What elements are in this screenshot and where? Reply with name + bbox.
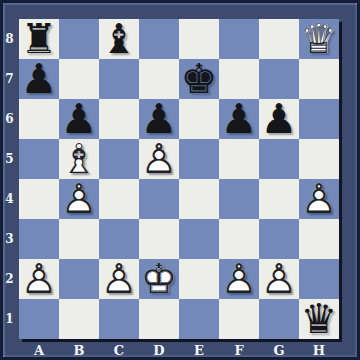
file-label-c: C: [99, 341, 139, 360]
white-pawn-outline: ♙: [219, 258, 259, 300]
black-pawn[interactable]: ♟: [219, 99, 259, 139]
square-h5[interactable]: [299, 139, 339, 179]
square-h7[interactable]: [299, 59, 339, 99]
black-queen[interactable]: ♛: [299, 299, 339, 339]
white-pawn[interactable]: ♟♙: [299, 179, 339, 219]
black-pawn-glyph: ♟: [259, 98, 299, 140]
square-g3[interactable]: [259, 219, 299, 259]
file-label-f: F: [219, 341, 259, 360]
square-e5[interactable]: [179, 139, 219, 179]
square-d7[interactable]: [139, 59, 179, 99]
rank-label-6: 6: [0, 99, 19, 139]
white-pawn-glyph: ♟: [99, 258, 139, 300]
black-king-glyph: ♚: [179, 58, 219, 100]
rank-labels: 87654321: [0, 19, 19, 339]
white-king-glyph: ♚: [139, 258, 179, 300]
square-e3[interactable]: [179, 219, 219, 259]
square-e8[interactable]: [179, 19, 219, 59]
rank-label-1: 1: [0, 299, 19, 339]
square-g7[interactable]: [259, 59, 299, 99]
square-e7[interactable]: ♚: [179, 59, 219, 99]
square-e4[interactable]: [179, 179, 219, 219]
file-labels: ABCDEFGH: [19, 341, 339, 360]
white-pawn-outline: ♙: [139, 138, 179, 180]
black-pawn-glyph: ♟: [59, 98, 99, 140]
white-pawn-outline: ♙: [19, 258, 59, 300]
white-pawn[interactable]: ♟♙: [259, 259, 299, 299]
white-pawn-outline: ♙: [259, 258, 299, 300]
square-d3[interactable]: [139, 219, 179, 259]
square-a3[interactable]: [19, 219, 59, 259]
square-h3[interactable]: [299, 219, 339, 259]
white-pawn[interactable]: ♟♙: [99, 259, 139, 299]
square-c6[interactable]: [99, 99, 139, 139]
white-pawn-outline: ♙: [99, 258, 139, 300]
black-pawn[interactable]: ♟: [259, 99, 299, 139]
black-rook-glyph: ♜: [19, 18, 59, 60]
square-b6[interactable]: ♟: [59, 99, 99, 139]
square-h8[interactable]: ♛♕: [299, 19, 339, 59]
square-a5[interactable]: [19, 139, 59, 179]
white-pawn-outline: ♙: [59, 178, 99, 220]
square-a2[interactable]: ♟♙: [19, 259, 59, 299]
black-bishop[interactable]: ♝: [99, 19, 139, 59]
square-b5[interactable]: ♝♗: [59, 139, 99, 179]
square-c4[interactable]: [99, 179, 139, 219]
white-pawn[interactable]: ♟♙: [219, 259, 259, 299]
white-pawn[interactable]: ♟♙: [19, 259, 59, 299]
square-a7[interactable]: ♟: [19, 59, 59, 99]
white-pawn[interactable]: ♟♙: [139, 139, 179, 179]
square-g2[interactable]: ♟♙: [259, 259, 299, 299]
square-h4[interactable]: ♟♙: [299, 179, 339, 219]
square-f3[interactable]: [219, 219, 259, 259]
square-b2[interactable]: [59, 259, 99, 299]
black-pawn[interactable]: ♟: [19, 59, 59, 99]
square-f5[interactable]: [219, 139, 259, 179]
square-g6[interactable]: ♟: [259, 99, 299, 139]
black-bishop-glyph: ♝: [99, 18, 139, 60]
file-label-b: B: [59, 341, 99, 360]
square-d4[interactable]: [139, 179, 179, 219]
black-pawn-glyph: ♟: [219, 98, 259, 140]
square-c3[interactable]: [99, 219, 139, 259]
white-pawn-glyph: ♟: [299, 178, 339, 220]
square-b3[interactable]: [59, 219, 99, 259]
chess-board: ♜♝♛♕♟♚♟♟♟♟♝♗♟♙♟♙♟♙♟♙♟♙♚♔♟♙♟♙♛: [19, 19, 339, 339]
square-f2[interactable]: ♟♙: [219, 259, 259, 299]
white-king[interactable]: ♚♔: [139, 259, 179, 299]
black-pawn-glyph: ♟: [139, 98, 179, 140]
white-pawn-outline: ♙: [299, 178, 339, 220]
rank-label-3: 3: [0, 219, 19, 259]
white-pawn-glyph: ♟: [139, 138, 179, 180]
square-e6[interactable]: [179, 99, 219, 139]
black-pawn-glyph: ♟: [19, 58, 59, 100]
chess-diagram: 87654321 ♜♝♛♕♟♚♟♟♟♟♝♗♟♙♟♙♟♙♟♙♟♙♚♔♟♙♟♙♛ A…: [0, 0, 360, 360]
rank-label-5: 5: [0, 139, 19, 179]
square-b4[interactable]: ♟♙: [59, 179, 99, 219]
square-h2[interactable]: [299, 259, 339, 299]
white-queen[interactable]: ♛♕: [299, 19, 339, 59]
square-c7[interactable]: [99, 59, 139, 99]
square-a4[interactable]: [19, 179, 59, 219]
white-pawn-glyph: ♟: [19, 258, 59, 300]
square-f7[interactable]: [219, 59, 259, 99]
rank-label-7: 7: [0, 59, 19, 99]
square-c8[interactable]: ♝: [99, 19, 139, 59]
rank-label-2: 2: [0, 259, 19, 299]
square-d5[interactable]: ♟♙: [139, 139, 179, 179]
white-pawn[interactable]: ♟♙: [59, 179, 99, 219]
square-f1[interactable]: [219, 299, 259, 339]
white-queen-glyph: ♛: [299, 18, 339, 60]
square-c5[interactable]: [99, 139, 139, 179]
square-f6[interactable]: ♟: [219, 99, 259, 139]
white-pawn-glyph: ♟: [59, 178, 99, 220]
file-label-g: G: [259, 341, 299, 360]
white-bishop-glyph: ♝: [59, 138, 99, 180]
square-d2[interactable]: ♚♔: [139, 259, 179, 299]
white-pawn-glyph: ♟: [259, 258, 299, 300]
file-label-e: E: [179, 341, 219, 360]
square-e2[interactable]: [179, 259, 219, 299]
square-b1[interactable]: [59, 299, 99, 339]
square-f8[interactable]: [219, 19, 259, 59]
square-a8[interactable]: ♜: [19, 19, 59, 59]
white-bishop[interactable]: ♝♗: [59, 139, 99, 179]
square-d8[interactable]: [139, 19, 179, 59]
square-g4[interactable]: [259, 179, 299, 219]
square-d6[interactable]: ♟: [139, 99, 179, 139]
square-g5[interactable]: [259, 139, 299, 179]
square-g1[interactable]: [259, 299, 299, 339]
square-h6[interactable]: [299, 99, 339, 139]
square-g8[interactable]: [259, 19, 299, 59]
black-king[interactable]: ♚: [179, 59, 219, 99]
black-queen-glyph: ♛: [299, 298, 339, 340]
file-label-a: A: [19, 341, 59, 360]
black-pawn[interactable]: ♟: [59, 99, 99, 139]
file-label-d: D: [139, 341, 179, 360]
square-f4[interactable]: [219, 179, 259, 219]
square-b7[interactable]: [59, 59, 99, 99]
square-e1[interactable]: [179, 299, 219, 339]
square-d1[interactable]: [139, 299, 179, 339]
square-b8[interactable]: [59, 19, 99, 59]
white-king-outline: ♔: [139, 258, 179, 300]
file-label-h: H: [299, 341, 339, 360]
square-a1[interactable]: [19, 299, 59, 339]
square-a6[interactable]: [19, 99, 59, 139]
black-rook[interactable]: ♜: [19, 19, 59, 59]
white-queen-outline: ♕: [299, 18, 339, 60]
square-c2[interactable]: ♟♙: [99, 259, 139, 299]
rank-label-8: 8: [0, 19, 19, 59]
white-bishop-outline: ♗: [59, 138, 99, 180]
black-pawn[interactable]: ♟: [139, 99, 179, 139]
white-pawn-glyph: ♟: [219, 258, 259, 300]
square-h1[interactable]: ♛: [299, 299, 339, 339]
square-c1[interactable]: [99, 299, 139, 339]
rank-label-4: 4: [0, 179, 19, 219]
